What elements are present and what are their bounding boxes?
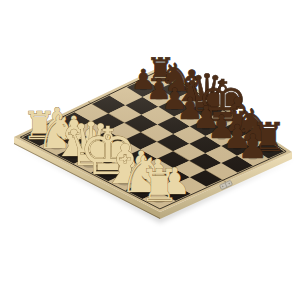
black-pawn: ♟ (238, 127, 268, 166)
piece-glyph: ♜ (139, 159, 179, 212)
piece-glyph: ♟ (238, 127, 268, 166)
chess-set-scene: ♜♟♞♟♝♟♛♟♚♟♟♝♟♜♟♞♞♟♟♜♝♟♟♛♟♚♟♝♟♞♟♜ (0, 0, 300, 300)
white-rook: ♜ (139, 159, 179, 212)
product-photo: ♜♟♞♟♝♟♛♟♚♟♟♝♟♜♟♞♞♟♟♜♝♟♟♛♟♚♟♝♟♞♟♜ (0, 0, 300, 300)
